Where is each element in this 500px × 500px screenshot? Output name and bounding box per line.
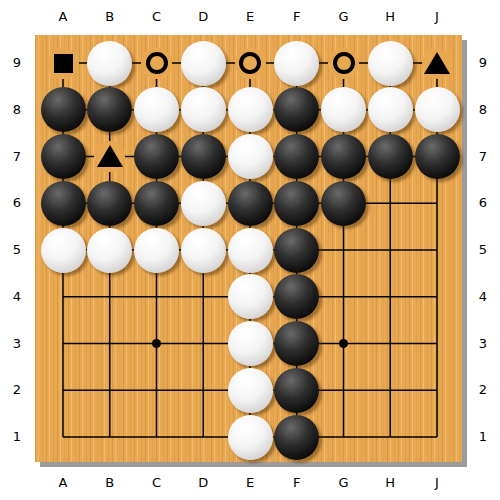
coord-label-top-J: J: [422, 8, 452, 26]
coord-label-bottom-H: H: [375, 474, 405, 492]
black-stone-A6: [41, 181, 86, 226]
coord-label-right-7: 7: [468, 148, 498, 166]
coord-label-right-6: 6: [468, 194, 498, 212]
white-stone-F9: [274, 41, 319, 86]
coord-label-left-3: 3: [2, 335, 32, 353]
go-board: [35, 35, 462, 462]
circle-marker-icon: [239, 52, 261, 74]
circle-marker-icon: [333, 52, 355, 74]
black-stone-D7: [181, 134, 226, 179]
coord-label-right-2: 2: [468, 381, 498, 399]
coord-label-left-9: 9: [2, 54, 32, 72]
black-stone-C7: [134, 134, 179, 179]
black-stone-F6: [274, 181, 319, 226]
coord-label-bottom-F: F: [282, 474, 312, 492]
coord-label-bottom-G: G: [329, 474, 359, 492]
coord-label-right-4: 4: [468, 288, 498, 306]
black-stone-E6: [228, 181, 273, 226]
white-stone-A5: [41, 228, 86, 273]
circle-marker-icon: [146, 52, 168, 74]
white-stone-B5: [87, 228, 132, 273]
coord-label-top-H: H: [375, 8, 405, 26]
coord-label-left-8: 8: [2, 101, 32, 119]
black-stone-F1: [274, 415, 319, 460]
black-stone-F7: [274, 134, 319, 179]
white-stone-J8: [415, 87, 460, 132]
black-stone-H7: [368, 134, 413, 179]
square-marker-icon: [54, 54, 73, 73]
white-stone-H9: [368, 41, 413, 86]
coord-label-left-4: 4: [2, 288, 32, 306]
coord-label-bottom-C: C: [142, 474, 172, 492]
white-stone-E8: [228, 87, 273, 132]
white-stone-D5: [181, 228, 226, 273]
white-stone-E5: [228, 228, 273, 273]
coord-label-top-A: A: [48, 8, 78, 26]
white-stone-E2: [228, 368, 273, 413]
coord-label-bottom-J: J: [422, 474, 452, 492]
black-stone-F5: [274, 228, 319, 273]
go-diagram: AABBCCDDEEFFGGHHJJ998877665544332211: [0, 0, 500, 500]
coord-label-right-3: 3: [468, 335, 498, 353]
white-stone-C8: [134, 87, 179, 132]
coord-label-right-5: 5: [468, 241, 498, 259]
black-stone-G7: [321, 134, 366, 179]
white-stone-E4: [228, 274, 273, 319]
white-stone-D9: [181, 41, 226, 86]
black-stone-C6: [134, 181, 179, 226]
black-stone-B6: [87, 181, 132, 226]
white-stone-E7: [228, 134, 273, 179]
coord-label-top-G: G: [329, 8, 359, 26]
black-stone-G6: [321, 181, 366, 226]
coord-label-bottom-A: A: [48, 474, 78, 492]
coord-label-bottom-D: D: [188, 474, 218, 492]
triangle-marker-icon: [424, 52, 450, 74]
black-stone-F2: [274, 368, 319, 413]
coord-label-bottom-E: E: [235, 474, 265, 492]
coord-label-bottom-B: B: [95, 474, 125, 492]
coord-label-right-9: 9: [468, 54, 498, 72]
white-stone-B9: [87, 41, 132, 86]
black-stone-A8: [41, 87, 86, 132]
coord-label-left-7: 7: [2, 148, 32, 166]
triangle-marker-icon: [97, 145, 123, 167]
white-stone-E1: [228, 415, 273, 460]
coord-label-left-1: 1: [2, 428, 32, 446]
coord-label-top-D: D: [188, 8, 218, 26]
white-stone-G8: [321, 87, 366, 132]
black-stone-J7: [415, 134, 460, 179]
coord-label-left-5: 5: [2, 241, 32, 259]
coord-label-right-1: 1: [468, 428, 498, 446]
white-stone-D8: [181, 87, 226, 132]
coord-label-left-2: 2: [2, 381, 32, 399]
black-stone-F3: [274, 321, 319, 366]
white-stone-E3: [228, 321, 273, 366]
star-point: [152, 339, 161, 348]
coord-label-top-E: E: [235, 8, 265, 26]
black-stone-A7: [41, 134, 86, 179]
white-stone-D6: [181, 181, 226, 226]
white-stone-C5: [134, 228, 179, 273]
coord-label-left-6: 6: [2, 194, 32, 212]
coord-label-right-8: 8: [468, 101, 498, 119]
coord-label-top-B: B: [95, 8, 125, 26]
coord-label-top-F: F: [282, 8, 312, 26]
star-point: [339, 339, 348, 348]
coord-label-top-C: C: [142, 8, 172, 26]
white-stone-H8: [368, 87, 413, 132]
